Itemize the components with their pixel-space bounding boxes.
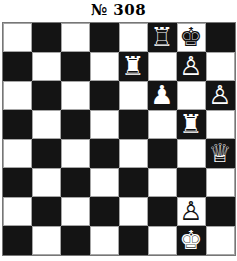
square-f4[interactable] [148, 139, 177, 168]
square-e6[interactable] [119, 81, 148, 110]
square-h4[interactable]: ♕ [206, 139, 235, 168]
square-f2[interactable] [148, 197, 177, 226]
square-f3[interactable] [148, 168, 177, 197]
square-h5[interactable] [206, 110, 235, 139]
square-b6[interactable] [32, 81, 61, 110]
square-e8[interactable] [119, 23, 148, 52]
square-d1[interactable] [90, 226, 119, 255]
square-c6[interactable] [61, 81, 90, 110]
square-d7[interactable] [90, 52, 119, 81]
square-b1[interactable] [32, 226, 61, 255]
square-a7[interactable] [3, 52, 32, 81]
chess-diagram-page: { "game": "chess", "header": { "title": … [0, 0, 237, 261]
black-rook-f8[interactable]: ♖ [150, 23, 173, 52]
black-pawn-g7[interactable]: ♙ [179, 52, 202, 81]
square-a8[interactable] [3, 23, 32, 52]
square-d6[interactable] [90, 81, 119, 110]
black-king-g8[interactable]: ♚ [179, 23, 202, 52]
square-b2[interactable] [32, 197, 61, 226]
square-f8[interactable]: ♖ [148, 23, 177, 52]
black-queen-h4[interactable]: ♕ [208, 139, 231, 168]
square-e2[interactable] [119, 197, 148, 226]
white-rook-g5[interactable]: ♜ [179, 110, 202, 139]
square-a1[interactable] [3, 226, 32, 255]
square-e3[interactable] [119, 168, 148, 197]
square-d4[interactable] [90, 139, 119, 168]
square-f7[interactable] [148, 52, 177, 81]
square-c1[interactable] [61, 226, 90, 255]
square-d3[interactable] [90, 168, 119, 197]
square-b3[interactable] [32, 168, 61, 197]
square-f5[interactable] [148, 110, 177, 139]
square-b7[interactable] [32, 52, 61, 81]
square-h3[interactable] [206, 168, 235, 197]
square-g6[interactable] [177, 81, 206, 110]
chess-board: ♖♚♜♙♟♙♜♕♙♚ [2, 22, 236, 256]
square-g7[interactable]: ♙ [177, 52, 206, 81]
square-a2[interactable] [3, 197, 32, 226]
square-c4[interactable] [61, 139, 90, 168]
white-rook-e7[interactable]: ♜ [121, 52, 144, 81]
square-g8[interactable]: ♚ [177, 23, 206, 52]
white-king-g1[interactable]: ♚ [179, 226, 202, 255]
square-h8[interactable] [206, 23, 235, 52]
square-e4[interactable] [119, 139, 148, 168]
square-c5[interactable] [61, 110, 90, 139]
square-g3[interactable] [177, 168, 206, 197]
square-d5[interactable] [90, 110, 119, 139]
square-g4[interactable] [177, 139, 206, 168]
square-c3[interactable] [61, 168, 90, 197]
white-pawn-f6[interactable]: ♟ [150, 81, 173, 110]
diagram-number: № 308 [0, 1, 237, 20]
square-d2[interactable] [90, 197, 119, 226]
square-h6[interactable]: ♙ [206, 81, 235, 110]
square-a5[interactable] [3, 110, 32, 139]
white-pawn-g2[interactable]: ♙ [179, 197, 202, 226]
square-a6[interactable] [3, 81, 32, 110]
square-g5[interactable]: ♜ [177, 110, 206, 139]
square-b4[interactable] [32, 139, 61, 168]
square-h2[interactable] [206, 197, 235, 226]
square-h1[interactable] [206, 226, 235, 255]
square-a3[interactable] [3, 168, 32, 197]
square-g2[interactable]: ♙ [177, 197, 206, 226]
square-a4[interactable] [3, 139, 32, 168]
square-f1[interactable] [148, 226, 177, 255]
square-b8[interactable] [32, 23, 61, 52]
square-e5[interactable] [119, 110, 148, 139]
square-h7[interactable] [206, 52, 235, 81]
square-e1[interactable] [119, 226, 148, 255]
square-c7[interactable] [61, 52, 90, 81]
square-c8[interactable] [61, 23, 90, 52]
square-b5[interactable] [32, 110, 61, 139]
square-d8[interactable] [90, 23, 119, 52]
square-g1[interactable]: ♚ [177, 226, 206, 255]
square-f6[interactable]: ♟ [148, 81, 177, 110]
black-pawn-h6[interactable]: ♙ [208, 81, 231, 110]
board-wrap: ♖♚♜♙♟♙♜♕♙♚ [2, 22, 236, 256]
square-e7[interactable]: ♜ [119, 52, 148, 81]
square-c2[interactable] [61, 197, 90, 226]
